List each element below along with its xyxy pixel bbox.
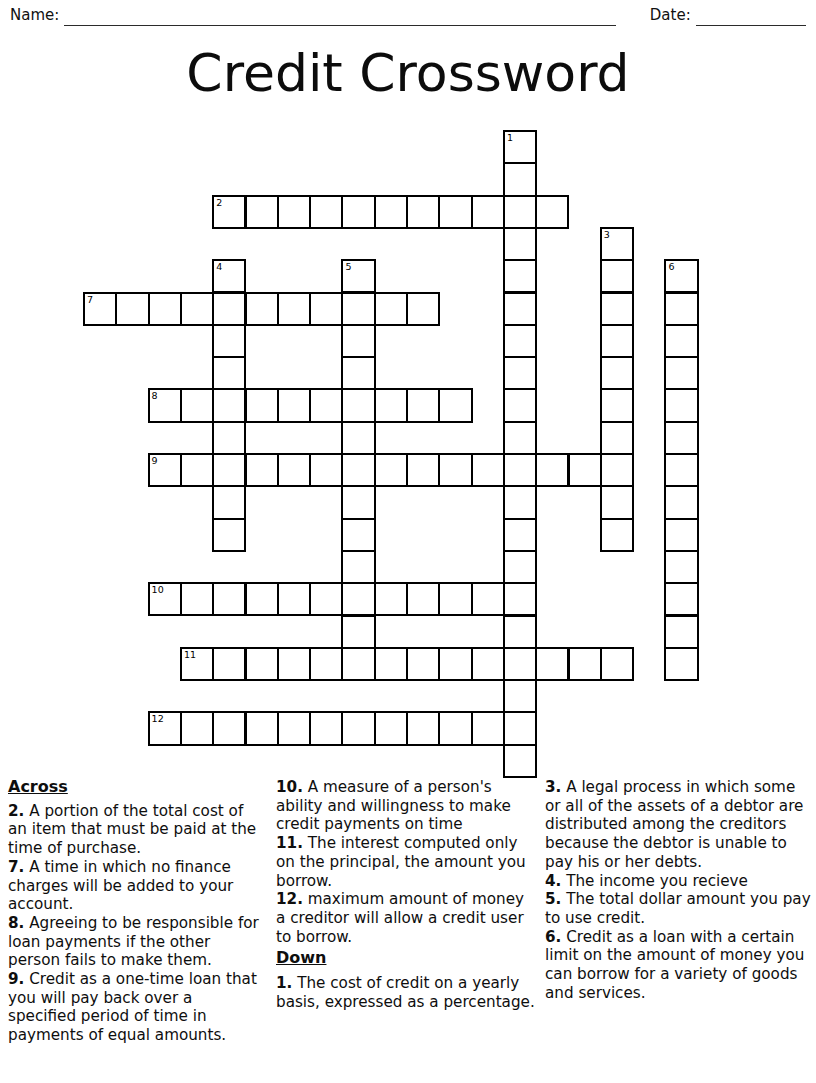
- cell-r5-c2[interactable]: [148, 292, 182, 326]
- cell-r7-c18[interactable]: [664, 356, 698, 390]
- cell-r2-c11[interactable]: [438, 195, 472, 229]
- cell-r10-c6[interactable]: [277, 453, 311, 487]
- cell-r10-c11[interactable]: [438, 453, 472, 487]
- cell-r16-c3[interactable]: 11: [180, 647, 214, 681]
- cell-r18-c12[interactable]: [471, 711, 505, 745]
- clue-number: 7.: [8, 858, 24, 876]
- cell-r5-c13[interactable]: [503, 292, 537, 326]
- clue-across-9: 9. Credit as a one-time loan that you wi…: [8, 970, 264, 1045]
- cell-r16-c7[interactable]: [309, 647, 343, 681]
- cell-r16-c18[interactable]: [664, 647, 698, 681]
- cell-r12-c18[interactable]: [664, 518, 698, 552]
- cell-r13-c13[interactable]: [503, 550, 537, 584]
- cell-r8-c18[interactable]: [664, 388, 698, 422]
- cell-r10-c7[interactable]: [309, 453, 343, 487]
- cell-r8-c9[interactable]: [374, 388, 408, 422]
- cell-r18-c3[interactable]: [180, 711, 214, 745]
- date-label: Date:: [650, 6, 691, 26]
- cell-r5-c8[interactable]: [341, 292, 375, 326]
- cell-r13-c18[interactable]: [664, 550, 698, 584]
- cell-r18-c2[interactable]: 12: [148, 711, 182, 745]
- cell-r14-c3[interactable]: [180, 582, 214, 616]
- clue-column-2: 10. A measure of a person's ability and …: [276, 778, 536, 1011]
- grid-number-1: 1: [507, 132, 513, 143]
- cell-r8-c16[interactable]: [600, 388, 634, 422]
- clue-across-12: 12. maximum amount of money a creditor w…: [276, 890, 536, 946]
- cell-r9-c13[interactable]: [503, 421, 537, 455]
- name-label: Name:: [10, 6, 59, 26]
- clue-number: 2.: [8, 802, 24, 820]
- cell-r10-c14[interactable]: [535, 453, 569, 487]
- clue-number: 1.: [276, 974, 292, 992]
- cell-r11-c16[interactable]: [600, 485, 634, 519]
- cell-r8-c3[interactable]: [180, 388, 214, 422]
- cell-r14-c12[interactable]: [471, 582, 505, 616]
- worksheet-page: Name: Date: Credit Crossword 12345678910…: [0, 0, 816, 1083]
- grid-number-12: 12: [152, 713, 164, 724]
- cell-r18-c4[interactable]: [212, 711, 246, 745]
- cell-r2-c9[interactable]: [374, 195, 408, 229]
- cell-r10-c16[interactable]: [600, 453, 634, 487]
- cell-r8-c13[interactable]: [503, 388, 537, 422]
- down-header: Down: [276, 949, 536, 968]
- cell-r11-c18[interactable]: [664, 485, 698, 519]
- cell-r5-c1[interactable]: [115, 292, 149, 326]
- cell-r18-c10[interactable]: [406, 711, 440, 745]
- cell-r10-c2[interactable]: 9: [148, 453, 182, 487]
- crossword-grid: 123456789101112: [83, 130, 699, 778]
- cell-r5-c3[interactable]: [180, 292, 214, 326]
- cell-r5-c10[interactable]: [406, 292, 440, 326]
- clue-down-5: 5. The total dollar amount you pay to us…: [545, 890, 811, 927]
- cell-r10-c10[interactable]: [406, 453, 440, 487]
- cell-r7-c16[interactable]: [600, 356, 634, 390]
- cell-r8-c5[interactable]: [245, 388, 279, 422]
- cell-r11-c8[interactable]: [341, 485, 375, 519]
- cell-r14-c9[interactable]: [374, 582, 408, 616]
- grid-number-3: 3: [604, 229, 610, 240]
- name-blank-line[interactable]: [64, 7, 615, 26]
- cell-r16-c14[interactable]: [535, 647, 569, 681]
- clue-number: 3.: [545, 778, 561, 796]
- cell-r19-c13[interactable]: [503, 744, 537, 778]
- clue-down-6: 6. Credit as a loan with a certain limit…: [545, 928, 811, 1003]
- cell-r16-c10[interactable]: [406, 647, 440, 681]
- cell-r10-c15[interactable]: [568, 453, 602, 487]
- grid-number-10: 10: [152, 584, 164, 595]
- cell-r9-c16[interactable]: [600, 421, 634, 455]
- cell-r9-c8[interactable]: [341, 421, 375, 455]
- cell-r7-c13[interactable]: [503, 356, 537, 390]
- cell-r15-c8[interactable]: [341, 615, 375, 649]
- cell-r14-c8[interactable]: [341, 582, 375, 616]
- cell-r2-c4[interactable]: 2: [212, 195, 246, 229]
- cell-r11-c13[interactable]: [503, 485, 537, 519]
- cell-r16-c5[interactable]: [245, 647, 279, 681]
- clue-across-8: 8. Agreeing to be responsible for loan p…: [8, 914, 264, 970]
- cell-r6-c4[interactable]: [212, 324, 246, 358]
- cell-r18-c11[interactable]: [438, 711, 472, 745]
- grid-number-2: 2: [216, 197, 222, 208]
- clue-across-10: 10. A measure of a person's ability and …: [276, 778, 536, 834]
- cell-r16-c4[interactable]: [212, 647, 246, 681]
- cell-r6-c8[interactable]: [341, 324, 375, 358]
- clue-number: 11.: [276, 834, 303, 852]
- clue-across-7: 7. A time in which no finance charges wi…: [8, 858, 264, 914]
- cell-r14-c6[interactable]: [277, 582, 311, 616]
- cell-r8-c6[interactable]: [277, 388, 311, 422]
- clue-down-4: 4. The income you recieve: [545, 872, 811, 891]
- cell-r12-c13[interactable]: [503, 518, 537, 552]
- cell-r10-c18[interactable]: [664, 453, 698, 487]
- cell-r3-c16[interactable]: 3: [600, 227, 634, 261]
- cell-r11-c4[interactable]: [212, 485, 246, 519]
- cell-r15-c18[interactable]: [664, 615, 698, 649]
- clue-number: 8.: [8, 914, 24, 932]
- clue-number: 10.: [276, 778, 303, 796]
- cell-r16-c12[interactable]: [471, 647, 505, 681]
- grid-number-5: 5: [345, 261, 351, 272]
- cell-r10-c13[interactable]: [503, 453, 537, 487]
- cell-r14-c2[interactable]: 10: [148, 582, 182, 616]
- cell-r4-c13[interactable]: [503, 259, 537, 293]
- cell-r4-c8[interactable]: 5: [341, 259, 375, 293]
- cell-r4-c18[interactable]: 6: [664, 259, 698, 293]
- cell-r10-c8[interactable]: [341, 453, 375, 487]
- cell-r18-c6[interactable]: [277, 711, 311, 745]
- clue-number: 5.: [545, 890, 561, 908]
- cell-r2-c5[interactable]: [245, 195, 279, 229]
- cell-r9-c18[interactable]: [664, 421, 698, 455]
- cell-r13-c8[interactable]: [341, 550, 375, 584]
- cell-r14-c18[interactable]: [664, 582, 698, 616]
- cell-r14-c5[interactable]: [245, 582, 279, 616]
- cell-r12-c4[interactable]: [212, 518, 246, 552]
- cell-r17-c13[interactable]: [503, 679, 537, 713]
- cell-r7-c8[interactable]: [341, 356, 375, 390]
- cell-r2-c12[interactable]: [471, 195, 505, 229]
- across-header: Across: [8, 778, 264, 797]
- grid-number-9: 9: [152, 455, 158, 466]
- cell-r16-c9[interactable]: [374, 647, 408, 681]
- cell-r18-c9[interactable]: [374, 711, 408, 745]
- cell-r2-c10[interactable]: [406, 195, 440, 229]
- clue-across-2: 2. A portion of the total cost of an ite…: [8, 802, 264, 858]
- cell-r16-c15[interactable]: [568, 647, 602, 681]
- cell-r5-c7[interactable]: [309, 292, 343, 326]
- cell-r5-c16[interactable]: [600, 292, 634, 326]
- clue-number: 12.: [276, 890, 303, 908]
- cell-r10-c3[interactable]: [180, 453, 214, 487]
- clue-column-3: 3. A legal process in which some or all …: [545, 778, 811, 1002]
- cell-r14-c13[interactable]: [503, 582, 537, 616]
- cell-r6-c18[interactable]: [664, 324, 698, 358]
- cell-r5-c0[interactable]: 7: [83, 292, 117, 326]
- cell-r18-c13[interactable]: [503, 711, 537, 745]
- cell-r16-c6[interactable]: [277, 647, 311, 681]
- grid-number-6: 6: [668, 261, 674, 272]
- clue-across-11: 11. The interest computed only on the pr…: [276, 834, 536, 890]
- cell-r2-c6[interactable]: [277, 195, 311, 229]
- cell-r14-c4[interactable]: [212, 582, 246, 616]
- date-blank-line[interactable]: [696, 7, 806, 26]
- cell-r9-c4[interactable]: [212, 421, 246, 455]
- puzzle-title: Credit Crossword: [0, 44, 816, 104]
- cell-r18-c8[interactable]: [341, 711, 375, 745]
- cell-r3-c13[interactable]: [503, 227, 537, 261]
- cell-r10-c9[interactable]: [374, 453, 408, 487]
- cell-r8-c4[interactable]: [212, 388, 246, 422]
- cell-r18-c7[interactable]: [309, 711, 343, 745]
- cell-r5-c5[interactable]: [245, 292, 279, 326]
- cell-r10-c12[interactable]: [471, 453, 505, 487]
- cell-r16-c16[interactable]: [600, 647, 634, 681]
- cell-r16-c13[interactable]: [503, 647, 537, 681]
- cell-r1-c13[interactable]: [503, 162, 537, 196]
- cell-r8-c2[interactable]: 8: [148, 388, 182, 422]
- cell-r15-c13[interactable]: [503, 615, 537, 649]
- cell-r4-c4[interactable]: 4: [212, 259, 246, 293]
- cell-r12-c16[interactable]: [600, 518, 634, 552]
- cell-r18-c5[interactable]: [245, 711, 279, 745]
- clue-down-3: 3. A legal process in which some or all …: [545, 778, 811, 872]
- clue-number: 6.: [545, 928, 561, 946]
- clue-down-1: 1. The cost of credit on a yearly basis,…: [276, 974, 536, 1011]
- cell-r7-c4[interactable]: [212, 356, 246, 390]
- cell-r14-c11[interactable]: [438, 582, 472, 616]
- cell-r16-c8[interactable]: [341, 647, 375, 681]
- grid-number-7: 7: [87, 294, 93, 305]
- cell-r6-c16[interactable]: [600, 324, 634, 358]
- cell-r5-c6[interactable]: [277, 292, 311, 326]
- cell-r5-c9[interactable]: [374, 292, 408, 326]
- clue-number: 4.: [545, 872, 561, 890]
- cell-r14-c7[interactable]: [309, 582, 343, 616]
- cell-r2-c7[interactable]: [309, 195, 343, 229]
- cell-r10-c4[interactable]: [212, 453, 246, 487]
- cell-r14-c10[interactable]: [406, 582, 440, 616]
- grid-number-8: 8: [152, 390, 158, 401]
- cell-r6-c13[interactable]: [503, 324, 537, 358]
- cell-r8-c10[interactable]: [406, 388, 440, 422]
- cell-r5-c4[interactable]: [212, 292, 246, 326]
- clue-column-1: Across2. A portion of the total cost of …: [8, 778, 264, 1045]
- cell-r8-c7[interactable]: [309, 388, 343, 422]
- cell-r8-c8[interactable]: [341, 388, 375, 422]
- grid-number-4: 4: [216, 261, 222, 272]
- cell-r2-c8[interactable]: [341, 195, 375, 229]
- clue-number: 9.: [8, 970, 24, 988]
- grid-number-11: 11: [184, 649, 196, 660]
- cell-r2-c13[interactable]: [503, 195, 537, 229]
- cell-r8-c11[interactable]: [438, 388, 472, 422]
- cell-r16-c11[interactable]: [438, 647, 472, 681]
- header-row: Name: Date:: [10, 6, 806, 26]
- cell-r10-c5[interactable]: [245, 453, 279, 487]
- cell-r5-c18[interactable]: [664, 292, 698, 326]
- cell-r12-c8[interactable]: [341, 518, 375, 552]
- cell-r0-c13[interactable]: 1: [503, 130, 537, 164]
- cell-r2-c14[interactable]: [535, 195, 569, 229]
- cell-r4-c16[interactable]: [600, 259, 634, 293]
